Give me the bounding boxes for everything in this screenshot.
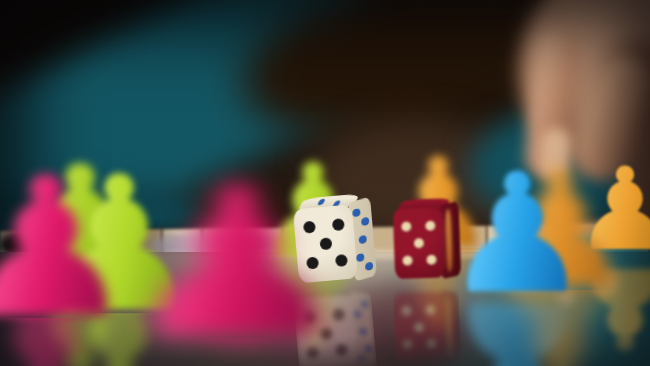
die-pip bbox=[364, 345, 373, 354]
pawn-glyph: ♟ bbox=[115, 159, 361, 366]
die-pip bbox=[360, 300, 369, 309]
magenta-pawn-front: ♟ bbox=[115, 159, 361, 366]
die-pip bbox=[401, 222, 411, 232]
red-die-front-face bbox=[393, 291, 446, 363]
die-pip bbox=[364, 261, 373, 271]
pawn-glyph: ♟ bbox=[443, 152, 592, 317]
red-die bbox=[392, 198, 461, 290]
die-pip bbox=[427, 338, 437, 348]
die-pip bbox=[426, 255, 436, 265]
die-pip bbox=[425, 305, 435, 315]
ludo-board-photo: ♟♟♟♟♟♟♟♟♟♟♟♟♟♟♟♟♟♟ bbox=[0, 0, 650, 366]
die-pip bbox=[401, 306, 411, 316]
pieces-layer: ♟♟♟♟♟♟♟♟♟♟♟♟♟♟♟♟♟♟ bbox=[0, 0, 650, 366]
red-die-front-face bbox=[393, 207, 446, 279]
die-pip bbox=[360, 216, 369, 226]
die-pip bbox=[402, 339, 412, 349]
die-pip bbox=[414, 238, 424, 248]
die-pip bbox=[402, 255, 412, 265]
die-highlight-streak bbox=[445, 209, 453, 272]
blue-pawn: ♟ bbox=[443, 152, 592, 317]
die-pip bbox=[425, 221, 435, 231]
die-pip bbox=[414, 322, 424, 332]
